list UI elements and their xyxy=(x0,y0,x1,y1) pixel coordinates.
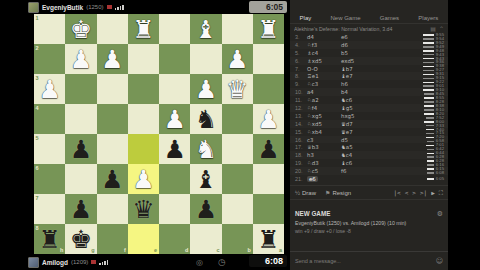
move-number: 19. xyxy=(295,160,307,166)
avatar[interactable] xyxy=(28,2,39,13)
square-h6[interactable]: 6 xyxy=(34,164,65,194)
square-e1[interactable]: ♜ xyxy=(128,14,159,44)
white-move[interactable]: ♘a2 xyxy=(307,97,341,103)
draw-button[interactable]: ½Draw xyxy=(295,190,316,196)
bottom-player-name: Amilogd xyxy=(42,259,68,266)
square-h5[interactable]: 5 xyxy=(34,134,65,164)
square-f7[interactable] xyxy=(97,194,128,224)
white-move[interactable]: ♘xb4 xyxy=(307,129,341,135)
square-a6[interactable] xyxy=(253,164,284,194)
black-knight-c4[interactable]: ♞ xyxy=(190,104,221,134)
tab-players[interactable]: Players xyxy=(418,15,438,21)
black-move[interactable]: h6 xyxy=(341,81,375,87)
white-move[interactable]: ♗c4 xyxy=(307,50,341,56)
rank-label: 6 xyxy=(36,165,39,171)
move-row: 21.e66:05 xyxy=(290,175,448,183)
square-b7[interactable] xyxy=(222,194,253,224)
move-row: 6.♗xd5exd59:439:36 xyxy=(290,57,448,65)
white-bishop-c1[interactable]: ♝ xyxy=(190,14,221,44)
nav-expand-button[interactable]: ⛶ xyxy=(439,189,443,197)
app-window: EvgeniyButik (1250) 6:05 ⚙ ◔ 1♚♜♝♜2♟♟♟3♟… xyxy=(0,0,480,270)
move-number: 14. xyxy=(295,121,307,127)
square-d8[interactable]: d xyxy=(159,224,190,254)
connection-bars-icon xyxy=(115,5,124,10)
move-row: 17.♕b3♞a57:016:42 xyxy=(290,143,448,151)
opening-name: Alekhine's Defense: Normal Variation, 3.… xyxy=(294,26,427,32)
rank-label: 2 xyxy=(36,45,39,51)
white-move[interactable]: a4 xyxy=(307,89,341,95)
square-e4[interactable] xyxy=(128,104,159,134)
square-f5[interactable] xyxy=(97,134,128,164)
black-pawn-g7[interactable]: ♟ xyxy=(65,194,96,224)
white-move[interactable]: ♘f4 xyxy=(307,105,341,111)
black-move[interactable]: b4 xyxy=(341,89,375,95)
file-label: d xyxy=(185,247,188,253)
move-row: 3.d4e69:559:54 xyxy=(290,33,448,41)
move-row: 8.♖e1♝e79:319:15 xyxy=(290,72,448,80)
file-label: e xyxy=(154,247,157,253)
square-h8[interactable]: 8h♜ xyxy=(34,224,65,254)
square-b3[interactable]: ♛ xyxy=(222,74,253,104)
black-pawn-c7[interactable]: ♟ xyxy=(190,194,221,224)
black-move[interactable]: ♛e7 xyxy=(341,129,375,135)
white-move[interactable]: d4 xyxy=(307,34,341,40)
black-move[interactable]: d6 xyxy=(341,42,375,48)
square-e8[interactable]: e xyxy=(128,224,159,254)
new-game-heading: NEW GAME xyxy=(295,210,443,217)
black-move[interactable]: ♝e7 xyxy=(341,73,375,79)
move-row: 10.a4b49:108:45 xyxy=(290,88,448,96)
bottom-player-rating: (1209) xyxy=(71,259,88,265)
new-game-section: NEW GAME EvgeniyButik (1250) vs. Amilogd… xyxy=(290,206,448,238)
white-pawn-d4[interactable]: ♟ xyxy=(159,104,190,134)
white-move[interactable]: ♗xd5 xyxy=(307,58,341,64)
white-king-g1[interactable]: ♚ xyxy=(65,14,96,44)
move-row: 4.♘f3d69:529:49 xyxy=(290,41,448,49)
square-g3[interactable] xyxy=(65,74,96,104)
square-c8[interactable]: c xyxy=(190,224,221,254)
top-player-rating: (1250) xyxy=(86,4,103,10)
black-move[interactable]: ♞c4 xyxy=(341,152,375,158)
square-a8[interactable]: a♜ xyxy=(253,224,284,254)
move-row: 7.O-O♝b79:389:27 xyxy=(290,65,448,73)
move-number: 13. xyxy=(295,113,307,119)
square-a4[interactable]: ♟ xyxy=(253,104,284,134)
avatar[interactable] xyxy=(28,257,39,268)
square-g4[interactable] xyxy=(65,104,96,134)
new-game-gear-icon[interactable]: ⚙ xyxy=(437,210,443,218)
flag-badge-icon xyxy=(107,5,112,9)
rank-label: 8 xyxy=(36,225,39,231)
tab-games[interactable]: Games xyxy=(380,15,399,21)
square-a5[interactable]: ♟ xyxy=(253,134,284,164)
emoji-icon[interactable]: ☺ xyxy=(436,257,443,265)
opening-book-icon[interactable]: ▤ xyxy=(430,25,436,32)
panel-tabs: PlayNew GameGamesPlayers xyxy=(290,12,448,24)
move-number: 9. xyxy=(295,81,307,87)
resign-button[interactable]: ⚑Resign xyxy=(325,189,351,196)
tab-play[interactable]: Play xyxy=(300,15,312,21)
file-label: c xyxy=(216,247,219,253)
move-row: 20.♘c5f66:156:08 xyxy=(290,167,448,175)
square-f8[interactable]: f xyxy=(97,224,128,254)
white-move[interactable]: ♘c3 xyxy=(307,81,341,87)
white-pawn-c3[interactable]: ♟ xyxy=(190,74,221,104)
white-move[interactable]: ♖e1 xyxy=(307,73,341,79)
white-move[interactable]: ♘xd5 xyxy=(307,121,341,127)
move-number: 16. xyxy=(295,137,307,143)
move-number: 15. xyxy=(295,129,307,135)
top-player-name: EvgeniyButik xyxy=(42,4,83,11)
black-move[interactable]: d5 xyxy=(341,137,375,143)
white-move[interactable]: c3 xyxy=(307,137,341,143)
square-h2[interactable]: 2 xyxy=(34,44,65,74)
move-list: 3.d4e69:559:544.♘f3d69:529:495.♗c4b59:48… xyxy=(290,33,448,183)
square-c5[interactable]: ♞ xyxy=(190,134,221,164)
square-g2[interactable]: ♟ xyxy=(65,44,96,74)
white-rook-e1[interactable]: ♜ xyxy=(128,14,159,44)
file-label: h xyxy=(60,247,63,253)
square-h1[interactable]: 1 xyxy=(34,14,65,44)
black-move[interactable]: f6 xyxy=(341,168,375,174)
move-number: 8. xyxy=(295,73,307,79)
move-row: 15.♘xb4♛e77:407:15 xyxy=(290,128,448,136)
move-row: 5.♗c4b59:489:43 xyxy=(290,49,448,57)
white-move[interactable]: ♘xg5 xyxy=(307,113,341,119)
file-label: b xyxy=(247,247,250,253)
nav-prev-button[interactable]: < xyxy=(405,189,409,197)
white-pawn-h3[interactable]: ♟ xyxy=(34,74,65,104)
square-g8[interactable]: g♚ xyxy=(65,224,96,254)
bottom-player-clock: 6:08 xyxy=(249,255,287,267)
black-move[interactable]: hxg5 xyxy=(341,113,375,119)
square-f4[interactable] xyxy=(97,104,128,134)
move-number: 12. xyxy=(295,105,307,111)
move-number: 5. xyxy=(295,50,307,56)
move-number: 11. xyxy=(295,97,307,103)
square-f1[interactable] xyxy=(97,14,128,44)
move-number: 17. xyxy=(295,144,307,150)
opening-row: Alekhine's Defense: Normal Variation, 3.… xyxy=(290,24,448,33)
square-a3[interactable] xyxy=(253,74,284,104)
square-g7[interactable]: ♟ xyxy=(65,194,96,224)
move-number: 3. xyxy=(295,34,307,40)
square-e7[interactable]: ♛ xyxy=(128,194,159,224)
square-d3[interactable] xyxy=(159,74,190,104)
square-c3[interactable]: ♟ xyxy=(190,74,221,104)
black-move[interactable]: ♞a5 xyxy=(341,144,375,150)
rank-label: 3 xyxy=(36,75,39,81)
timer-icon[interactable]: ◷ xyxy=(218,257,226,267)
move-row: 9.♘c3h69:229:01 xyxy=(290,80,448,88)
square-d7[interactable] xyxy=(159,194,190,224)
square-a1[interactable]: ♜ xyxy=(253,14,284,44)
new-game-stakes: win +9 / draw +0 / lose -8 xyxy=(295,228,443,234)
square-d6[interactable] xyxy=(159,164,190,194)
move-times: 6:156:08 xyxy=(427,167,444,174)
white-move[interactable]: O-O xyxy=(307,66,341,72)
top-player-clock: 6:05 xyxy=(249,1,287,13)
square-a2[interactable] xyxy=(253,44,284,74)
collapse-chevron-icon[interactable]: ⌃ xyxy=(439,25,444,32)
move-row: 11.♘a2♞c68:558:28 xyxy=(290,96,448,104)
white-move[interactable]: ♕b3 xyxy=(307,144,341,150)
rank-label: 5 xyxy=(36,135,39,141)
nav-first-button[interactable]: |< xyxy=(393,189,400,197)
square-b4[interactable] xyxy=(222,104,253,134)
white-knight-c5[interactable]: ♞ xyxy=(190,134,221,164)
white-move[interactable]: ♘c5 xyxy=(307,168,341,174)
nav-play-button[interactable]: ▶ xyxy=(431,189,435,197)
side-panel: PlayNew GameGamesPlayers Alekhine's Defe… xyxy=(290,0,448,270)
connection-bars-icon xyxy=(99,260,108,265)
spectator-eye-icon[interactable]: ◎ xyxy=(196,258,203,267)
square-d1[interactable] xyxy=(159,14,190,44)
square-f6[interactable]: ♟ xyxy=(97,164,128,194)
square-c6[interactable]: ♝ xyxy=(190,164,221,194)
black-pawn-f6[interactable]: ♟ xyxy=(97,164,128,194)
white-pawn-g2[interactable]: ♟ xyxy=(65,44,96,74)
black-move[interactable]: ♝g5 xyxy=(341,105,375,111)
white-rook-a1[interactable]: ♜ xyxy=(253,14,284,44)
black-bishop-c6[interactable]: ♝ xyxy=(190,164,221,194)
move-number: 21. xyxy=(295,176,307,182)
new-game-matchup: EvgeniyButik (1250) vs. Amilogd (1209) (… xyxy=(295,220,443,226)
black-pawn-a5[interactable]: ♟ xyxy=(253,134,284,164)
square-h4[interactable]: 4 xyxy=(34,104,65,134)
square-d5[interactable]: ♟ xyxy=(159,134,190,164)
rank-label: 1 xyxy=(36,15,39,21)
square-c4[interactable]: ♞ xyxy=(190,104,221,134)
square-b8[interactable]: b xyxy=(222,224,253,254)
square-h7[interactable]: 7 xyxy=(34,194,65,224)
square-e3[interactable] xyxy=(128,74,159,104)
white-pawn-b2[interactable]: ♟ xyxy=(222,44,253,74)
white-queen-b3[interactable]: ♛ xyxy=(222,74,253,104)
move-row: 14.♘xd5♛d78:007:33 xyxy=(290,120,448,128)
chess-board[interactable]: 1♚♜♝♜2♟♟♟3♟♟♛4♟♞♟5♟♟♞♟6♟♟♝7♟♛♟8h♜g♚fedcb… xyxy=(34,14,284,254)
black-pawn-g5[interactable]: ♟ xyxy=(65,134,96,164)
white-move[interactable]: ♘f3 xyxy=(307,42,341,48)
file-label: g xyxy=(91,247,94,253)
move-number: 10. xyxy=(295,89,307,95)
square-g5[interactable]: ♟ xyxy=(65,134,96,164)
nav-last-button[interactable]: >| xyxy=(420,189,427,197)
square-d2[interactable] xyxy=(159,44,190,74)
black-queen-e7[interactable]: ♛ xyxy=(128,194,159,224)
move-row: 12.♘f4♝g58:388:10 xyxy=(290,104,448,112)
black-move[interactable]: ♞c6 xyxy=(341,97,375,103)
white-move[interactable]: e6 xyxy=(307,176,341,182)
black-move[interactable]: e6 xyxy=(341,34,375,40)
square-c1[interactable]: ♝ xyxy=(190,14,221,44)
move-number: 18. xyxy=(295,152,307,158)
square-g1[interactable]: ♚ xyxy=(65,14,96,44)
square-g6[interactable] xyxy=(65,164,96,194)
move-row: 13.♘xg5hxg58:207:52 xyxy=(290,112,448,120)
black-move[interactable]: ♝b7 xyxy=(341,66,375,72)
flag-badge-icon xyxy=(91,260,96,264)
move-nav: |<<>>|▶⛶ xyxy=(393,189,443,197)
file-label: f xyxy=(124,247,126,253)
game-actions: ½Draw ⚑Resign |<<>>|▶⛶ xyxy=(290,185,448,200)
resign-flag-icon: ⚑ xyxy=(325,190,330,196)
square-b5[interactable] xyxy=(222,134,253,164)
tab-new-game[interactable]: New Game xyxy=(331,15,361,21)
square-d4[interactable]: ♟ xyxy=(159,104,190,134)
square-e5[interactable] xyxy=(128,134,159,164)
square-b2[interactable]: ♟ xyxy=(222,44,253,74)
half-point-icon: ½ xyxy=(295,190,300,196)
move-row: 18.h3♞c46:446:28 xyxy=(290,151,448,159)
square-a7[interactable] xyxy=(253,194,284,224)
square-f2[interactable]: ♟ xyxy=(97,44,128,74)
black-move[interactable]: exd5 xyxy=(341,58,375,64)
move-number: 6. xyxy=(295,58,307,64)
chat-box: Send a message... ☺ xyxy=(290,251,448,270)
move-number: 4. xyxy=(295,42,307,48)
chat-input[interactable]: Send a message... xyxy=(295,258,436,264)
move-times: 6:05 xyxy=(427,177,444,180)
black-move[interactable]: ♝c6 xyxy=(341,160,375,166)
square-c7[interactable]: ♟ xyxy=(190,194,221,224)
white-pawn-f2[interactable]: ♟ xyxy=(97,44,128,74)
move-row: 19.♘d3♝c66:286:16 xyxy=(290,159,448,167)
move-row: 16.c3d57:206:58 xyxy=(290,136,448,144)
square-b6[interactable] xyxy=(222,164,253,194)
white-pawn-a4[interactable]: ♟ xyxy=(253,104,284,134)
rank-label: 4 xyxy=(36,105,39,111)
square-c2[interactable] xyxy=(190,44,221,74)
square-f3[interactable] xyxy=(97,74,128,104)
file-label: a xyxy=(279,247,282,253)
black-move[interactable]: ♛d7 xyxy=(341,121,375,127)
nav-next-button[interactable]: > xyxy=(412,189,416,197)
square-e6[interactable]: ♟ xyxy=(128,164,159,194)
move-number: 20. xyxy=(295,168,307,174)
square-e2[interactable] xyxy=(128,44,159,74)
white-move[interactable]: ♘d3 xyxy=(307,160,341,166)
black-pawn-d5[interactable]: ♟ xyxy=(159,134,190,164)
square-b1[interactable] xyxy=(222,14,253,44)
white-pawn-e6[interactable]: ♟ xyxy=(128,164,159,194)
black-move[interactable]: b5 xyxy=(341,50,375,56)
rank-label: 7 xyxy=(36,195,39,201)
white-move[interactable]: h3 xyxy=(307,152,341,158)
move-number: 7. xyxy=(295,66,307,72)
square-h3[interactable]: 3♟ xyxy=(34,74,65,104)
